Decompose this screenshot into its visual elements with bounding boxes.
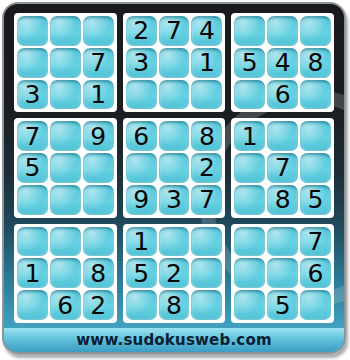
cell-r4c1[interactable]: 7 — [17, 121, 48, 151]
cell-r6c4[interactable]: 9 — [126, 185, 157, 215]
cell-r8c3[interactable]: 8 — [83, 258, 114, 288]
cell-r8c8[interactable] — [267, 258, 298, 288]
cell-r8c7[interactable] — [234, 258, 265, 288]
cell-r4c6[interactable]: 8 — [191, 121, 222, 151]
cell-r1c3[interactable] — [83, 16, 114, 46]
cell-r9c3[interactable]: 2 — [83, 290, 114, 320]
cell-r6c8[interactable]: 8 — [267, 185, 298, 215]
cell-r2c2[interactable] — [50, 48, 81, 78]
cell-r3c5[interactable] — [159, 80, 190, 110]
cell-r7c4[interactable]: 1 — [126, 227, 157, 257]
cell-r4c7[interactable]: 1 — [234, 121, 265, 151]
cell-r6c1[interactable] — [17, 185, 48, 215]
cell-r7c8[interactable] — [267, 227, 298, 257]
sudoku-plaque: 731274315486795682937178518621528765 www… — [2, 2, 346, 354]
cell-r7c6[interactable] — [191, 227, 222, 257]
cell-r2c9[interactable]: 8 — [300, 48, 331, 78]
cell-r6c9[interactable]: 5 — [300, 185, 331, 215]
cell-r5c8[interactable]: 7 — [267, 153, 298, 183]
cell-r3c1[interactable]: 3 — [17, 80, 48, 110]
cell-r1c5[interactable]: 7 — [159, 16, 190, 46]
cell-r9c9[interactable] — [300, 290, 331, 320]
page-background: 731274315486795682937178518621528765 www… — [0, 0, 350, 360]
cell-r8c4[interactable]: 5 — [126, 258, 157, 288]
cell-r8c2[interactable] — [50, 258, 81, 288]
cell-r9c7[interactable] — [234, 290, 265, 320]
cell-r7c7[interactable] — [234, 227, 265, 257]
sudoku-box-7: 1862 — [14, 224, 117, 323]
cell-r8c9[interactable]: 6 — [300, 258, 331, 288]
sudoku-box-4: 795 — [14, 118, 117, 217]
cell-r6c7[interactable] — [234, 185, 265, 215]
cell-r3c8[interactable]: 6 — [267, 80, 298, 110]
sudoku-box-8: 1528 — [123, 224, 226, 323]
cell-r1c4[interactable]: 2 — [126, 16, 157, 46]
cell-r1c9[interactable] — [300, 16, 331, 46]
cell-r6c3[interactable] — [83, 185, 114, 215]
sudoku-board: 731274315486795682937178518621528765 — [14, 13, 334, 323]
cell-r7c5[interactable] — [159, 227, 190, 257]
cell-r7c2[interactable] — [50, 227, 81, 257]
cell-r5c4[interactable] — [126, 153, 157, 183]
cell-r5c5[interactable] — [159, 153, 190, 183]
cell-r8c1[interactable]: 1 — [17, 258, 48, 288]
cell-r5c6[interactable]: 2 — [191, 153, 222, 183]
cell-r1c2[interactable] — [50, 16, 81, 46]
cell-r8c5[interactable]: 2 — [159, 258, 190, 288]
cell-r1c1[interactable] — [17, 16, 48, 46]
cell-r1c6[interactable]: 4 — [191, 16, 222, 46]
cell-r3c7[interactable] — [234, 80, 265, 110]
cell-r9c6[interactable] — [191, 290, 222, 320]
cell-r2c7[interactable]: 5 — [234, 48, 265, 78]
cell-r9c5[interactable]: 8 — [159, 290, 190, 320]
cell-r3c9[interactable] — [300, 80, 331, 110]
cell-r2c4[interactable]: 3 — [126, 48, 157, 78]
cell-r1c8[interactable] — [267, 16, 298, 46]
cell-r9c4[interactable] — [126, 290, 157, 320]
cell-r4c3[interactable]: 9 — [83, 121, 114, 151]
cell-r3c4[interactable] — [126, 80, 157, 110]
cell-r3c6[interactable] — [191, 80, 222, 110]
sudoku-box-6: 1785 — [231, 118, 334, 217]
cell-r7c9[interactable]: 7 — [300, 227, 331, 257]
cell-r6c2[interactable] — [50, 185, 81, 215]
cell-r2c1[interactable] — [17, 48, 48, 78]
sudoku-box-3: 5486 — [231, 13, 334, 112]
footer-bar: www.sudokusweb.com — [4, 328, 344, 352]
sudoku-box-9: 765 — [231, 224, 334, 323]
cell-r2c3[interactable]: 7 — [83, 48, 114, 78]
footer-url[interactable]: www.sudokusweb.com — [76, 331, 271, 349]
cell-r5c9[interactable] — [300, 153, 331, 183]
cell-r5c3[interactable] — [83, 153, 114, 183]
cell-r7c1[interactable] — [17, 227, 48, 257]
cell-r3c2[interactable] — [50, 80, 81, 110]
sudoku-box-5: 682937 — [123, 118, 226, 217]
cell-r4c2[interactable] — [50, 121, 81, 151]
sudoku-box-2: 27431 — [123, 13, 226, 112]
cell-r3c3[interactable]: 1 — [83, 80, 114, 110]
cell-r6c5[interactable]: 3 — [159, 185, 190, 215]
cell-r6c6[interactable]: 7 — [191, 185, 222, 215]
cell-r4c4[interactable]: 6 — [126, 121, 157, 151]
sudoku-box-1: 731 — [14, 13, 117, 112]
cell-r2c8[interactable]: 4 — [267, 48, 298, 78]
cell-r7c3[interactable] — [83, 227, 114, 257]
cell-r5c2[interactable] — [50, 153, 81, 183]
cell-r5c1[interactable]: 5 — [17, 153, 48, 183]
cell-r4c8[interactable] — [267, 121, 298, 151]
cell-r2c5[interactable] — [159, 48, 190, 78]
cell-r4c9[interactable] — [300, 121, 331, 151]
cell-r4c5[interactable] — [159, 121, 190, 151]
cell-r9c2[interactable]: 6 — [50, 290, 81, 320]
cell-r5c7[interactable] — [234, 153, 265, 183]
cell-r1c7[interactable] — [234, 16, 265, 46]
cell-r8c6[interactable] — [191, 258, 222, 288]
cell-r9c8[interactable]: 5 — [267, 290, 298, 320]
cell-r2c6[interactable]: 1 — [191, 48, 222, 78]
cell-r9c1[interactable] — [17, 290, 48, 320]
